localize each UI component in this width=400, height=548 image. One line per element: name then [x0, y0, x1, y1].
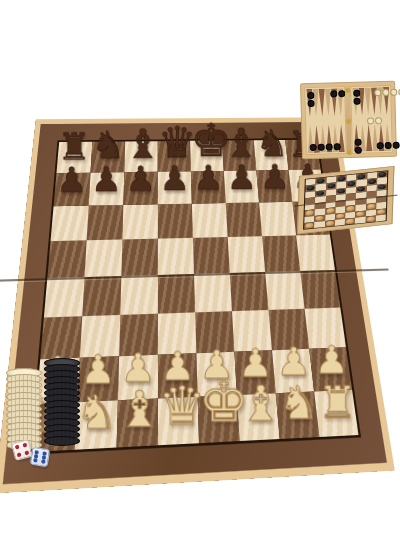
board-square: [262, 235, 300, 272]
board-square: ♟: [54, 173, 91, 206]
board-square: ♟: [191, 171, 226, 204]
backgammon-checker-group: [353, 89, 361, 105]
chess-piece-dark-pawn: ♟: [258, 160, 291, 193]
backgammon-checker: [333, 143, 340, 150]
backgammon-checker: [390, 89, 397, 96]
backgammon-checker: [325, 143, 332, 150]
board-square: ♟: [256, 170, 292, 202]
backgammon-checker-group: [307, 92, 315, 108]
backgammon-inset: [300, 81, 397, 159]
backgammon-checker-group: [374, 88, 400, 97]
chess-piece-dark-pawn: ♟: [124, 162, 158, 196]
chess-piece-dark-pawn: ♟: [158, 162, 192, 196]
checkers-square: [324, 220, 334, 227]
backgammon-checker: [353, 98, 360, 105]
board-square: [259, 202, 296, 236]
backgammon-checker: [355, 139, 362, 146]
board-square: [120, 275, 158, 315]
backgammon-checker: [392, 142, 399, 149]
die-pip: [41, 460, 45, 464]
chess-piece-dark-pawn: ♟: [192, 161, 226, 195]
cream-checkers-stack: [6, 368, 42, 450]
board-square: [158, 274, 195, 314]
backgammon-panel: [304, 86, 347, 155]
chess-piece-dark-knight: ♞: [255, 125, 287, 162]
backgammon-checker: [353, 90, 360, 97]
checkers-square: [335, 219, 345, 226]
chess-piece-light-knight: ♞: [278, 380, 318, 426]
backgammon-checker: [308, 100, 315, 107]
backgammon-checker: [307, 92, 314, 99]
chess-piece-light-pawn: ♟: [312, 341, 350, 379]
backgammon-checker: [338, 90, 345, 97]
chess-piece-light-queen: ♛: [158, 379, 199, 432]
chess-piece-light-pawn: ♟: [78, 350, 118, 390]
board-square: [51, 206, 89, 242]
board-square: ♞: [75, 400, 118, 449]
backgammon-checker: [374, 89, 381, 96]
chess-piece-dark-bishop: ♝: [125, 124, 158, 164]
backgammon-checker-group: [354, 138, 362, 154]
backgammon-point: [365, 124, 372, 152]
backgammon-checker: [309, 144, 316, 151]
checker-piece-tan: [366, 216, 374, 222]
backgammon-checker: [367, 117, 374, 124]
board-square: ♟: [123, 172, 157, 205]
board-square: [44, 277, 85, 317]
chess-piece-dark-knight: ♞: [91, 127, 124, 165]
chess-piece-dark-pawn: ♟: [89, 162, 123, 196]
chess-piece-dark-pawn: ♟: [55, 163, 89, 197]
checker-piece-tan: [326, 220, 334, 226]
board-square: ♛: [158, 397, 199, 446]
board-square: ♟: [89, 172, 125, 205]
backgammon-checker-group: [376, 141, 400, 150]
checkers-square: [375, 214, 385, 221]
board-square: ♟: [224, 170, 259, 203]
board-square: [194, 273, 232, 312]
chess-piece-light-knight: ♞: [76, 389, 117, 436]
checkers-square: [314, 221, 324, 228]
checker-piece-tan: [346, 218, 354, 224]
die-pip: [25, 451, 29, 455]
checker-piece-tan: [305, 223, 313, 229]
checkers-inset: [297, 166, 395, 234]
checkers-square: [365, 215, 375, 222]
chess-piece-dark-rook: ♜: [57, 128, 90, 165]
backgammon-point: [365, 87, 372, 115]
checkers-square: [304, 222, 314, 229]
checkers-square: [355, 217, 365, 224]
backgammon-checker: [330, 90, 337, 97]
backgammon-checker: [384, 142, 391, 149]
backgammon-checker-group: [309, 143, 341, 152]
board-square: [230, 272, 269, 311]
black-checkers-stack: [44, 358, 80, 446]
board-square: ♟: [158, 171, 192, 204]
checker-disc: [44, 436, 80, 446]
backgammon-checker: [382, 89, 389, 96]
backgammon-checker: [375, 117, 382, 124]
backgammon-checker-group: [367, 116, 383, 124]
board-square: ♜: [314, 390, 358, 437]
chess-piece-dark-queen: ♛: [158, 121, 191, 164]
chess-piece-light-rook: ♜: [318, 380, 358, 424]
backgammon-point: [319, 89, 326, 117]
checkers-square: [345, 218, 355, 225]
backgammon-checker: [376, 142, 383, 149]
backgammon-checker: [317, 144, 324, 151]
board-square: ♝: [117, 399, 158, 448]
die-blue: [30, 447, 51, 468]
chess-piece-dark-pawn: ♟: [225, 161, 258, 194]
backgammon-checker: [355, 147, 362, 154]
backgammon-panel: [350, 85, 393, 154]
product-photo: { "game": "Chess — 3-in-1 folding wooden…: [0, 0, 400, 548]
chess-piece-light-bishop: ♝: [117, 384, 158, 434]
